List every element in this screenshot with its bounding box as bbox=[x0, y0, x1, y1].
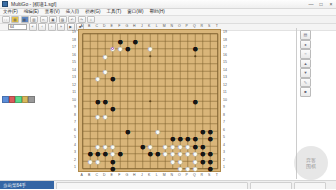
print-button[interactable]: ▥ bbox=[30, 16, 38, 24]
black-stone-F3: ● bbox=[117, 150, 125, 158]
coord-bottom-J: J bbox=[138, 173, 146, 177]
coord-right-8: 8 bbox=[223, 112, 229, 120]
coord-bottom-R: R bbox=[198, 173, 206, 177]
coord-left-4: 4 bbox=[70, 142, 76, 150]
black-stone-G6: ● bbox=[124, 128, 132, 136]
coord-bottom-Q: Q bbox=[191, 173, 199, 177]
next-move-button[interactable]: › bbox=[48, 23, 56, 31]
menu-item-8[interactable]: 帮助(H) bbox=[147, 9, 168, 15]
coord-top-B: B bbox=[86, 24, 94, 28]
coord-top-K: K bbox=[146, 24, 154, 28]
black-stone-Q17: ● bbox=[192, 45, 200, 53]
coord-bottom-G: G bbox=[123, 173, 131, 177]
coord-left-18: 18 bbox=[70, 37, 76, 45]
white-stone-P3: ● bbox=[184, 150, 192, 158]
coord-left-14: 14 bbox=[70, 67, 76, 75]
coord-left-17: 17 bbox=[70, 44, 76, 52]
panel-triangle-mark-button[interactable]: ▲ bbox=[300, 59, 311, 69]
coord-right-15: 15 bbox=[223, 59, 229, 67]
coord-top-Q: Q bbox=[191, 24, 199, 28]
coord-left-8: 8 bbox=[70, 112, 76, 120]
white-stone-C13: ● bbox=[94, 75, 102, 83]
go-board[interactable]: ●●●●●●●●●●●●●●●●●●●●●●●●●●●●●●●●●●●●●●●●… bbox=[78, 29, 221, 172]
menu-bar: 文件(F)编辑(E)查看(V)插入(I)棋谱(G)工具(T)窗口(W)帮助(H) bbox=[0, 9, 336, 16]
coord-left-9: 9 bbox=[70, 104, 76, 112]
coord-right-6: 6 bbox=[223, 127, 229, 135]
coord-right-1: 1 bbox=[223, 164, 229, 172]
white-stone-D16: ● bbox=[102, 53, 110, 61]
coord-bottom-D: D bbox=[101, 173, 109, 177]
coord-top-R: R bbox=[198, 24, 206, 28]
black-stone-D3: ● bbox=[102, 150, 110, 158]
coord-right-13: 13 bbox=[223, 74, 229, 82]
black-stone-L3: ● bbox=[154, 150, 162, 158]
last-move-button[interactable]: » bbox=[57, 23, 65, 31]
coord-top-P: P bbox=[183, 24, 191, 28]
coord-top-D: D bbox=[101, 24, 109, 28]
coord-left-12: 12 bbox=[70, 82, 76, 90]
black-stone-H18: ● bbox=[132, 38, 140, 46]
white-stone-C2: ● bbox=[94, 158, 102, 166]
status-message: 当前第64手 bbox=[0, 181, 54, 189]
window-controls: — □ × bbox=[306, 1, 336, 8]
app-icon bbox=[2, 1, 8, 7]
menu-item-5[interactable]: 棋谱(G) bbox=[82, 9, 104, 15]
coord-right-3: 3 bbox=[223, 149, 229, 157]
black-stone-Q10: ● bbox=[192, 98, 200, 106]
coord-right-5: 5 bbox=[223, 134, 229, 142]
coord-bottom-E: E bbox=[108, 173, 116, 177]
coord-top-S: S bbox=[206, 24, 214, 28]
white-stone-D8: ● bbox=[102, 113, 110, 121]
paste-button[interactable]: ▨ bbox=[59, 16, 67, 24]
panel-delete-button[interactable]: ■ bbox=[300, 87, 311, 97]
coord-top-E: E bbox=[108, 24, 116, 28]
white-stone-B2: ● bbox=[87, 158, 95, 166]
coord-left-6: 6 bbox=[70, 127, 76, 135]
menu-item-4[interactable]: 插入(I) bbox=[63, 9, 82, 15]
white-stone-K17: ● bbox=[147, 45, 155, 53]
menu-item-2[interactable]: 编辑(E) bbox=[21, 9, 42, 15]
coord-right-4: 4 bbox=[223, 142, 229, 150]
close-button[interactable]: × bbox=[326, 1, 336, 8]
minimize-button[interactable]: — bbox=[306, 1, 316, 8]
maximize-button[interactable]: □ bbox=[316, 1, 326, 8]
coord-top-L: L bbox=[153, 24, 161, 28]
coord-top-H: H bbox=[131, 24, 139, 28]
black-stone-D10: ● bbox=[102, 98, 110, 106]
coord-right-9: 9 bbox=[223, 104, 229, 112]
coord-bottom-N: N bbox=[168, 173, 176, 177]
coord-top-N: N bbox=[168, 24, 176, 28]
status-pane bbox=[294, 182, 326, 190]
status-bar: 当前第64手 bbox=[0, 180, 336, 189]
redo-button[interactable]: ↷ bbox=[78, 16, 86, 24]
coord-right-16: 16 bbox=[223, 52, 229, 60]
coord-bottom-P: P bbox=[183, 173, 191, 177]
coord-bottom-B: B bbox=[86, 173, 94, 177]
black-stone-R6: ● bbox=[199, 128, 207, 136]
panel-square-mark-button[interactable]: ▼ bbox=[300, 68, 311, 78]
white-stone-D14: ● bbox=[102, 68, 110, 76]
prev-move-button[interactable]: ‹ bbox=[38, 23, 46, 31]
save-file-button[interactable]: ▦ bbox=[21, 16, 29, 24]
menu-item-6[interactable]: 工具(T) bbox=[104, 9, 125, 15]
status-pane bbox=[56, 182, 248, 190]
coord-bottom-F: F bbox=[116, 173, 124, 177]
white-stone-N2: ● bbox=[169, 158, 177, 166]
white-stone-L6: ● bbox=[154, 128, 162, 136]
menu-item-3[interactable]: 查看(V) bbox=[42, 9, 63, 15]
coord-bottom-K: K bbox=[146, 173, 154, 177]
coord-top-C: C bbox=[93, 24, 101, 28]
coord-left-13: 13 bbox=[70, 74, 76, 82]
panel-white-stone-button[interactable]: ○ bbox=[300, 49, 311, 59]
coord-top-M: M bbox=[161, 24, 169, 28]
coord-left-5: 5 bbox=[70, 134, 76, 142]
status-pane bbox=[250, 182, 292, 190]
coord-right-12: 12 bbox=[223, 82, 229, 90]
coord-left-15: 15 bbox=[70, 59, 76, 67]
coord-top-F: F bbox=[116, 24, 124, 28]
window-title: MultiGo - [棋谱1.sgf] bbox=[11, 1, 56, 7]
coord-left-10: 10 bbox=[70, 97, 76, 105]
coord-left-3: 3 bbox=[70, 149, 76, 157]
coord-left-7: 7 bbox=[70, 119, 76, 127]
coord-right-14: 14 bbox=[223, 67, 229, 75]
white-stone-O1: ● bbox=[177, 165, 185, 173]
open-file-button[interactable]: ▤ bbox=[11, 16, 19, 24]
coord-left-2: 2 bbox=[70, 157, 76, 165]
coord-bottom-L: L bbox=[153, 173, 161, 177]
coord-bottom-S: S bbox=[206, 173, 214, 177]
watermark-logo: 弈客围棋 bbox=[294, 146, 328, 180]
coord-right-10: 10 bbox=[223, 97, 229, 105]
panel-edit-button[interactable]: ✎ bbox=[300, 78, 311, 88]
coord-left-19: 19 bbox=[70, 29, 76, 37]
coord-bottom-T: T bbox=[213, 173, 221, 177]
black-stone-E1: ● bbox=[109, 165, 117, 173]
coord-right-7: 7 bbox=[223, 119, 229, 127]
black-stone-G17: ● bbox=[124, 45, 132, 53]
panel-tree-button[interactable]: ▤ bbox=[300, 30, 311, 40]
move-number-box[interactable]: 64 bbox=[8, 24, 27, 31]
coord-top-O: O bbox=[176, 24, 184, 28]
coord-right-11: 11 bbox=[223, 89, 229, 97]
white-stone-C8: ● bbox=[94, 113, 102, 121]
coord-top-A: A bbox=[78, 24, 86, 28]
coord-bottom-H: H bbox=[131, 173, 139, 177]
white-stone-P1: ● bbox=[184, 165, 192, 173]
copy-button[interactable]: ▣ bbox=[49, 16, 57, 24]
coord-bottom-C: C bbox=[93, 173, 101, 177]
game-info-button[interactable]: i bbox=[87, 16, 95, 24]
new-file-button[interactable]: □ bbox=[2, 16, 10, 24]
coord-right-19: 19 bbox=[223, 29, 229, 37]
white-stone-Q1: ● bbox=[192, 165, 200, 173]
coord-top-G: G bbox=[123, 24, 131, 28]
black-stone-C10: ● bbox=[94, 98, 102, 106]
white-stone-M3: ● bbox=[162, 150, 170, 158]
coord-bottom-O: O bbox=[176, 173, 184, 177]
coord-left-11: 11 bbox=[70, 89, 76, 97]
coord-bottom-M: M bbox=[161, 173, 169, 177]
menu-item-7[interactable]: 窗口(W) bbox=[124, 9, 146, 15]
black-stone-S1: ● bbox=[207, 165, 215, 173]
black-stone-E13: ● bbox=[109, 75, 117, 83]
cut-button[interactable]: ✂ bbox=[40, 16, 48, 24]
coord-right-18: 18 bbox=[223, 37, 229, 45]
black-stone-K3: ● bbox=[147, 150, 155, 158]
panel-black-stone-button[interactable]: ● bbox=[300, 40, 311, 50]
white-stone-F17: ● bbox=[117, 45, 125, 53]
menu-item-1[interactable]: 文件(F) bbox=[0, 9, 21, 15]
coord-top-J: J bbox=[138, 24, 146, 28]
coord-right-2: 2 bbox=[223, 157, 229, 165]
black-stone-S5: ● bbox=[207, 135, 215, 143]
left-mini-icon-5[interactable] bbox=[28, 96, 35, 103]
coord-bottom-A: A bbox=[78, 173, 86, 177]
title-bar: MultiGo - [棋谱1.sgf] — □ × bbox=[0, 0, 336, 9]
coord-left-16: 16 bbox=[70, 52, 76, 60]
coord-top-T: T bbox=[213, 24, 221, 28]
black-stone-R2: ● bbox=[199, 158, 207, 166]
black-stone-J4: ● bbox=[139, 143, 147, 151]
coord-right-17: 17 bbox=[223, 44, 229, 52]
undo-button[interactable]: ↶ bbox=[68, 16, 76, 24]
coord-left-1: 1 bbox=[70, 164, 76, 172]
black-stone-E9: ● bbox=[109, 105, 117, 113]
first-move-button[interactable]: « bbox=[29, 23, 37, 31]
